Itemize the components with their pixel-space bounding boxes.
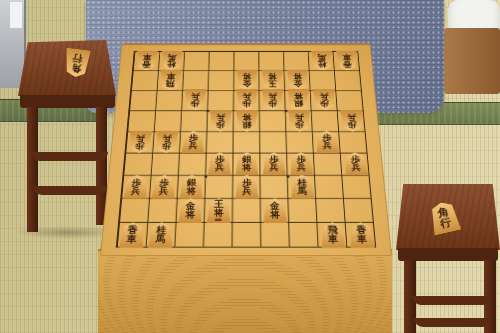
piece-金将-3b[interactable]: 金 将	[286, 70, 310, 90]
piece-歩兵-4f[interactable]: 歩 兵	[262, 153, 287, 176]
piece-玉将-4b[interactable]: 玉 将	[261, 70, 284, 90]
piece-歩兵-9g[interactable]: 歩 兵	[123, 175, 150, 199]
piece-桂馬-3g[interactable]: 桂 馬	[290, 175, 316, 199]
piece-歩兵-1f[interactable]: 歩 兵	[343, 153, 369, 176]
right-komadai-rail	[412, 296, 492, 305]
piece-歩兵-9e[interactable]: 歩 兵	[127, 131, 153, 153]
board-grid[interactable]: 香 車桂 馬桂 馬香 車飛 車金 将玉 将金 将歩 兵歩 兵歩 兵銀 将歩 兵歩…	[116, 51, 376, 248]
piece-銀将-5d[interactable]: 銀 将	[235, 110, 259, 132]
hoshi-dot	[287, 175, 290, 178]
piece-歩兵-6d[interactable]: 歩 兵	[208, 110, 232, 132]
piece-香車-9a[interactable]: 香 車	[134, 51, 158, 71]
board-front-face	[98, 249, 392, 333]
maker-signature-mark	[215, 218, 222, 221]
piece-銀将-3c[interactable]: 銀 将	[287, 89, 311, 110]
piece-銀将-5f[interactable]: 銀 将	[235, 153, 260, 176]
piece-銀将-7g[interactable]: 銀 将	[179, 175, 205, 199]
right-komadai-rail	[414, 318, 492, 327]
piece-飛車-8b[interactable]: 飛 車	[158, 70, 182, 90]
piece-歩兵-7c[interactable]: 歩 兵	[183, 89, 207, 110]
piece-香車-9i[interactable]: 香 車	[118, 222, 146, 248]
piece-桂馬-2a[interactable]: 桂 馬	[310, 51, 334, 71]
piece-歩兵-6f[interactable]: 歩 兵	[207, 153, 232, 176]
hoshi-dot	[206, 110, 209, 112]
piece-歩兵-4c[interactable]: 歩 兵	[261, 89, 285, 110]
shogi-room-photo: 香 車桂 馬桂 馬香 車飛 車金 将玉 将金 将歩 兵歩 兵歩 兵銀 将歩 兵歩…	[0, 0, 500, 333]
piece-香車-1a[interactable]: 香 車	[335, 51, 359, 71]
piece-歩兵-8e[interactable]: 歩 兵	[154, 131, 179, 153]
piece-歩兵-1d[interactable]: 歩 兵	[340, 110, 365, 132]
piece-桂馬-8a[interactable]: 桂 馬	[160, 51, 184, 71]
paper-on-tray	[10, 2, 22, 28]
piece-飛車-2i[interactable]: 飛 車	[320, 222, 347, 248]
piece-金将-4h[interactable]: 金 将	[262, 198, 288, 223]
piece-歩兵-2c[interactable]: 歩 兵	[313, 89, 337, 110]
hoshi-dot	[285, 110, 288, 112]
left-komadai-leg	[27, 107, 38, 232]
piece-桂馬-8i[interactable]: 桂 馬	[147, 222, 174, 248]
piece-金将-7h[interactable]: 金 将	[177, 198, 203, 223]
shogi-board: 香 車桂 馬桂 馬香 車飛 車金 将玉 将金 将歩 兵歩 兵歩 兵銀 将歩 兵歩…	[100, 43, 392, 256]
piece-王将-6h[interactable]: 王 将	[206, 198, 232, 223]
piece-歩兵-3f[interactable]: 歩 兵	[289, 153, 314, 176]
left-komadai-rail	[33, 186, 107, 195]
piece-香車-1i[interactable]: 香 車	[348, 222, 376, 248]
piece-金将-5b[interactable]: 金 将	[235, 70, 258, 90]
piece-歩兵-2e[interactable]: 歩 兵	[315, 131, 340, 153]
piece-歩兵-8g[interactable]: 歩 兵	[151, 175, 177, 199]
wooden-tray	[444, 28, 500, 94]
piece-歩兵-7e[interactable]: 歩 兵	[181, 131, 206, 153]
left-komadai-rail	[31, 152, 108, 161]
piece-歩兵-3d[interactable]: 歩 兵	[287, 110, 311, 132]
piece-歩兵-5g[interactable]: 歩 兵	[234, 175, 259, 199]
piece-歩兵-5c[interactable]: 歩 兵	[235, 89, 258, 110]
hoshi-dot	[204, 175, 207, 178]
